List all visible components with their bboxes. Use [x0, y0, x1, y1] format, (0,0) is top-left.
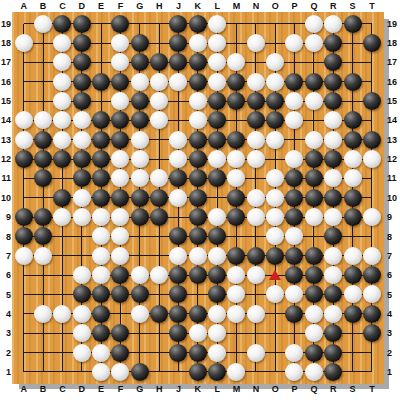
intersection-B15[interactable] — [33, 91, 52, 110]
intersection-F10[interactable] — [111, 188, 130, 207]
intersection-T4[interactable] — [362, 304, 381, 323]
intersection-L3[interactable] — [207, 324, 226, 343]
intersection-P19[interactable] — [285, 14, 304, 33]
intersection-E3[interactable] — [91, 324, 110, 343]
intersection-R2[interactable] — [324, 343, 343, 362]
intersection-O10[interactable] — [265, 188, 284, 207]
intersection-N13[interactable] — [246, 130, 265, 149]
intersection-Q12[interactable] — [304, 149, 323, 168]
intersection-P2[interactable] — [285, 343, 304, 362]
intersection-B6[interactable] — [33, 265, 52, 284]
intersection-M17[interactable] — [227, 53, 246, 72]
intersection-G4[interactable] — [130, 304, 149, 323]
intersection-Q7[interactable] — [304, 246, 323, 265]
intersection-C4[interactable] — [53, 304, 72, 323]
intersection-T12[interactable] — [362, 149, 381, 168]
intersection-O17[interactable] — [265, 53, 284, 72]
intersection-T19[interactable] — [362, 14, 381, 33]
intersection-D8[interactable] — [72, 227, 91, 246]
intersection-G6[interactable] — [130, 265, 149, 284]
go-board-grid[interactable] — [14, 14, 382, 382]
intersection-S15[interactable] — [343, 91, 362, 110]
intersection-M11[interactable] — [227, 169, 246, 188]
intersection-D14[interactable] — [72, 111, 91, 130]
intersection-E7[interactable] — [91, 246, 110, 265]
intersection-N5[interactable] — [246, 285, 265, 304]
intersection-F2[interactable] — [111, 343, 130, 362]
intersection-Q17[interactable] — [304, 53, 323, 72]
intersection-M7[interactable] — [227, 246, 246, 265]
intersection-A19[interactable] — [14, 14, 33, 33]
intersection-F15[interactable] — [111, 91, 130, 110]
intersection-C8[interactable] — [53, 227, 72, 246]
intersection-K11[interactable] — [188, 169, 207, 188]
intersection-E13[interactable] — [91, 130, 110, 149]
intersection-P14[interactable] — [285, 111, 304, 130]
intersection-A15[interactable] — [14, 91, 33, 110]
intersection-L4[interactable] — [207, 304, 226, 323]
intersection-P9[interactable] — [285, 207, 304, 226]
intersection-J12[interactable] — [169, 149, 188, 168]
intersection-O15[interactable] — [265, 91, 284, 110]
intersection-L1[interactable] — [207, 362, 226, 381]
intersection-P6[interactable] — [285, 265, 304, 284]
intersection-C18[interactable] — [53, 33, 72, 52]
intersection-L8[interactable] — [207, 227, 226, 246]
intersection-A9[interactable] — [14, 207, 33, 226]
intersection-E19[interactable] — [91, 14, 110, 33]
intersection-P18[interactable] — [285, 33, 304, 52]
intersection-F18[interactable] — [111, 33, 130, 52]
intersection-P5[interactable] — [285, 285, 304, 304]
intersection-J1[interactable] — [169, 362, 188, 381]
intersection-R10[interactable] — [324, 188, 343, 207]
intersection-B10[interactable] — [33, 188, 52, 207]
intersection-O13[interactable] — [265, 130, 284, 149]
intersection-B3[interactable] — [33, 324, 52, 343]
intersection-G7[interactable] — [130, 246, 149, 265]
intersection-B19[interactable] — [33, 14, 52, 33]
intersection-R17[interactable] — [324, 53, 343, 72]
intersection-B7[interactable] — [33, 246, 52, 265]
intersection-H17[interactable] — [149, 53, 168, 72]
intersection-S18[interactable] — [343, 33, 362, 52]
intersection-D16[interactable] — [72, 72, 91, 91]
intersection-J5[interactable] — [169, 285, 188, 304]
intersection-F8[interactable] — [111, 227, 130, 246]
intersection-S8[interactable] — [343, 227, 362, 246]
intersection-L16[interactable] — [207, 72, 226, 91]
intersection-L12[interactable] — [207, 149, 226, 168]
intersection-Q14[interactable] — [304, 111, 323, 130]
intersection-T13[interactable] — [362, 130, 381, 149]
intersection-J7[interactable] — [169, 246, 188, 265]
intersection-B16[interactable] — [33, 72, 52, 91]
intersection-C3[interactable] — [53, 324, 72, 343]
intersection-G14[interactable] — [130, 111, 149, 130]
intersection-H4[interactable] — [149, 304, 168, 323]
intersection-J3[interactable] — [169, 324, 188, 343]
intersection-M12[interactable] — [227, 149, 246, 168]
intersection-O16[interactable] — [265, 72, 284, 91]
intersection-H16[interactable] — [149, 72, 168, 91]
intersection-K19[interactable] — [188, 14, 207, 33]
intersection-R7[interactable] — [324, 246, 343, 265]
intersection-N7[interactable] — [246, 246, 265, 265]
intersection-H2[interactable] — [149, 343, 168, 362]
intersection-S14[interactable] — [343, 111, 362, 130]
intersection-D5[interactable] — [72, 285, 91, 304]
intersection-Q1[interactable] — [304, 362, 323, 381]
intersection-G15[interactable] — [130, 91, 149, 110]
intersection-E12[interactable] — [91, 149, 110, 168]
intersection-F6[interactable] — [111, 265, 130, 284]
intersection-G8[interactable] — [130, 227, 149, 246]
intersection-J4[interactable] — [169, 304, 188, 323]
intersection-M18[interactable] — [227, 33, 246, 52]
intersection-Q13[interactable] — [304, 130, 323, 149]
intersection-O19[interactable] — [265, 14, 284, 33]
intersection-T18[interactable] — [362, 33, 381, 52]
intersection-L18[interactable] — [207, 33, 226, 52]
intersection-N15[interactable] — [246, 91, 265, 110]
intersection-M16[interactable] — [227, 72, 246, 91]
intersection-G3[interactable] — [130, 324, 149, 343]
intersection-J16[interactable] — [169, 72, 188, 91]
intersection-G12[interactable] — [130, 149, 149, 168]
intersection-P3[interactable] — [285, 324, 304, 343]
go-board[interactable] — [12, 12, 384, 384]
intersection-G11[interactable] — [130, 169, 149, 188]
intersection-B2[interactable] — [33, 343, 52, 362]
intersection-L2[interactable] — [207, 343, 226, 362]
intersection-H5[interactable] — [149, 285, 168, 304]
intersection-O14[interactable] — [265, 111, 284, 130]
intersection-F3[interactable] — [111, 324, 130, 343]
intersection-T17[interactable] — [362, 53, 381, 72]
intersection-H12[interactable] — [149, 149, 168, 168]
intersection-E11[interactable] — [91, 169, 110, 188]
intersection-G13[interactable] — [130, 130, 149, 149]
intersection-P8[interactable] — [285, 227, 304, 246]
intersection-M14[interactable] — [227, 111, 246, 130]
intersection-C13[interactable] — [53, 130, 72, 149]
intersection-R12[interactable] — [324, 149, 343, 168]
intersection-H10[interactable] — [149, 188, 168, 207]
intersection-A14[interactable] — [14, 111, 33, 130]
intersection-S3[interactable] — [343, 324, 362, 343]
intersection-H1[interactable] — [149, 362, 168, 381]
intersection-K18[interactable] — [188, 33, 207, 52]
intersection-G10[interactable] — [130, 188, 149, 207]
intersection-R9[interactable] — [324, 207, 343, 226]
intersection-C2[interactable] — [53, 343, 72, 362]
intersection-K8[interactable] — [188, 227, 207, 246]
intersection-F9[interactable] — [111, 207, 130, 226]
intersection-B17[interactable] — [33, 53, 52, 72]
intersection-J11[interactable] — [169, 169, 188, 188]
intersection-F11[interactable] — [111, 169, 130, 188]
intersection-G17[interactable] — [130, 53, 149, 72]
intersection-A7[interactable] — [14, 246, 33, 265]
intersection-O18[interactable] — [265, 33, 284, 52]
intersection-N4[interactable] — [246, 304, 265, 323]
intersection-J17[interactable] — [169, 53, 188, 72]
intersection-T14[interactable] — [362, 111, 381, 130]
intersection-O12[interactable] — [265, 149, 284, 168]
intersection-M19[interactable] — [227, 14, 246, 33]
intersection-F12[interactable] — [111, 149, 130, 168]
intersection-D3[interactable] — [72, 324, 91, 343]
intersection-D9[interactable] — [72, 207, 91, 226]
intersection-P7[interactable] — [285, 246, 304, 265]
intersection-E9[interactable] — [91, 207, 110, 226]
intersection-K16[interactable] — [188, 72, 207, 91]
intersection-L7[interactable] — [207, 246, 226, 265]
intersection-A18[interactable] — [14, 33, 33, 52]
intersection-O4[interactable] — [265, 304, 284, 323]
intersection-O3[interactable] — [265, 324, 284, 343]
intersection-Q2[interactable] — [304, 343, 323, 362]
intersection-O1[interactable] — [265, 362, 284, 381]
intersection-C12[interactable] — [53, 149, 72, 168]
intersection-B5[interactable] — [33, 285, 52, 304]
intersection-Q6[interactable] — [304, 265, 323, 284]
intersection-E1[interactable] — [91, 362, 110, 381]
intersection-L14[interactable] — [207, 111, 226, 130]
intersection-K3[interactable] — [188, 324, 207, 343]
intersection-K12[interactable] — [188, 149, 207, 168]
intersection-K10[interactable] — [188, 188, 207, 207]
intersection-T15[interactable] — [362, 91, 381, 110]
intersection-P4[interactable] — [285, 304, 304, 323]
intersection-M15[interactable] — [227, 91, 246, 110]
intersection-R3[interactable] — [324, 324, 343, 343]
intersection-K14[interactable] — [188, 111, 207, 130]
intersection-J14[interactable] — [169, 111, 188, 130]
intersection-N11[interactable] — [246, 169, 265, 188]
intersection-E10[interactable] — [91, 188, 110, 207]
intersection-L17[interactable] — [207, 53, 226, 72]
intersection-F7[interactable] — [111, 246, 130, 265]
intersection-C10[interactable] — [53, 188, 72, 207]
intersection-R14[interactable] — [324, 111, 343, 130]
intersection-J18[interactable] — [169, 33, 188, 52]
intersection-M9[interactable] — [227, 207, 246, 226]
intersection-R19[interactable] — [324, 14, 343, 33]
intersection-A8[interactable] — [14, 227, 33, 246]
intersection-Q18[interactable] — [304, 33, 323, 52]
intersection-H7[interactable] — [149, 246, 168, 265]
intersection-Q19[interactable] — [304, 14, 323, 33]
intersection-A16[interactable] — [14, 72, 33, 91]
intersection-L11[interactable] — [207, 169, 226, 188]
intersection-K9[interactable] — [188, 207, 207, 226]
intersection-P17[interactable] — [285, 53, 304, 72]
intersection-P1[interactable] — [285, 362, 304, 381]
intersection-E18[interactable] — [91, 33, 110, 52]
intersection-B1[interactable] — [33, 362, 52, 381]
intersection-P12[interactable] — [285, 149, 304, 168]
intersection-G18[interactable] — [130, 33, 149, 52]
intersection-E2[interactable] — [91, 343, 110, 362]
intersection-F17[interactable] — [111, 53, 130, 72]
intersection-T16[interactable] — [362, 72, 381, 91]
intersection-A13[interactable] — [14, 130, 33, 149]
intersection-O9[interactable] — [265, 207, 284, 226]
intersection-C16[interactable] — [53, 72, 72, 91]
intersection-H15[interactable] — [149, 91, 168, 110]
intersection-M4[interactable] — [227, 304, 246, 323]
intersection-K1[interactable] — [188, 362, 207, 381]
intersection-P16[interactable] — [285, 72, 304, 91]
intersection-H18[interactable] — [149, 33, 168, 52]
intersection-L5[interactable] — [207, 285, 226, 304]
intersection-R4[interactable] — [324, 304, 343, 323]
intersection-S17[interactable] — [343, 53, 362, 72]
intersection-N19[interactable] — [246, 14, 265, 33]
intersection-Q11[interactable] — [304, 169, 323, 188]
intersection-D18[interactable] — [72, 33, 91, 52]
intersection-R8[interactable] — [324, 227, 343, 246]
intersection-S13[interactable] — [343, 130, 362, 149]
intersection-E4[interactable] — [91, 304, 110, 323]
intersection-L10[interactable] — [207, 188, 226, 207]
intersection-L19[interactable] — [207, 14, 226, 33]
intersection-S4[interactable] — [343, 304, 362, 323]
intersection-S6[interactable] — [343, 265, 362, 284]
intersection-C6[interactable] — [53, 265, 72, 284]
intersection-D11[interactable] — [72, 169, 91, 188]
intersection-D19[interactable] — [72, 14, 91, 33]
intersection-N9[interactable] — [246, 207, 265, 226]
intersection-B12[interactable] — [33, 149, 52, 168]
intersection-N6[interactable] — [246, 265, 265, 284]
intersection-A4[interactable] — [14, 304, 33, 323]
intersection-K7[interactable] — [188, 246, 207, 265]
intersection-H11[interactable] — [149, 169, 168, 188]
intersection-O8[interactable] — [265, 227, 284, 246]
intersection-R16[interactable] — [324, 72, 343, 91]
intersection-K4[interactable] — [188, 304, 207, 323]
intersection-D17[interactable] — [72, 53, 91, 72]
intersection-R5[interactable] — [324, 285, 343, 304]
intersection-C19[interactable] — [53, 14, 72, 33]
intersection-Q4[interactable] — [304, 304, 323, 323]
intersection-E8[interactable] — [91, 227, 110, 246]
intersection-N1[interactable] — [246, 362, 265, 381]
intersection-M6[interactable] — [227, 265, 246, 284]
intersection-G16[interactable] — [130, 72, 149, 91]
intersection-S10[interactable] — [343, 188, 362, 207]
intersection-S1[interactable] — [343, 362, 362, 381]
intersection-C11[interactable] — [53, 169, 72, 188]
intersection-H9[interactable] — [149, 207, 168, 226]
intersection-R1[interactable] — [324, 362, 343, 381]
intersection-T2[interactable] — [362, 343, 381, 362]
intersection-M2[interactable] — [227, 343, 246, 362]
intersection-S2[interactable] — [343, 343, 362, 362]
intersection-D7[interactable] — [72, 246, 91, 265]
intersection-J10[interactable] — [169, 188, 188, 207]
intersection-S5[interactable] — [343, 285, 362, 304]
intersection-T5[interactable] — [362, 285, 381, 304]
intersection-Q8[interactable] — [304, 227, 323, 246]
intersection-F1[interactable] — [111, 362, 130, 381]
intersection-F16[interactable] — [111, 72, 130, 91]
intersection-M13[interactable] — [227, 130, 246, 149]
intersection-A1[interactable] — [14, 362, 33, 381]
intersection-O5[interactable] — [265, 285, 284, 304]
intersection-E17[interactable] — [91, 53, 110, 72]
intersection-A12[interactable] — [14, 149, 33, 168]
intersection-F19[interactable] — [111, 14, 130, 33]
intersection-G5[interactable] — [130, 285, 149, 304]
intersection-D15[interactable] — [72, 91, 91, 110]
intersection-L9[interactable] — [207, 207, 226, 226]
intersection-M3[interactable] — [227, 324, 246, 343]
intersection-T3[interactable] — [362, 324, 381, 343]
intersection-M10[interactable] — [227, 188, 246, 207]
intersection-P10[interactable] — [285, 188, 304, 207]
intersection-M8[interactable] — [227, 227, 246, 246]
intersection-N18[interactable] — [246, 33, 265, 52]
intersection-C17[interactable] — [53, 53, 72, 72]
intersection-H6[interactable] — [149, 265, 168, 284]
intersection-G19[interactable] — [130, 14, 149, 33]
intersection-D12[interactable] — [72, 149, 91, 168]
intersection-O2[interactable] — [265, 343, 284, 362]
intersection-A5[interactable] — [14, 285, 33, 304]
intersection-J15[interactable] — [169, 91, 188, 110]
intersection-K17[interactable] — [188, 53, 207, 72]
intersection-J19[interactable] — [169, 14, 188, 33]
intersection-K2[interactable] — [188, 343, 207, 362]
intersection-N8[interactable] — [246, 227, 265, 246]
intersection-E5[interactable] — [91, 285, 110, 304]
intersection-F14[interactable] — [111, 111, 130, 130]
intersection-E6[interactable] — [91, 265, 110, 284]
intersection-E15[interactable] — [91, 91, 110, 110]
intersection-F13[interactable] — [111, 130, 130, 149]
intersection-J6[interactable] — [169, 265, 188, 284]
intersection-O11[interactable] — [265, 169, 284, 188]
intersection-B11[interactable] — [33, 169, 52, 188]
intersection-Q3[interactable] — [304, 324, 323, 343]
intersection-B14[interactable] — [33, 111, 52, 130]
intersection-K5[interactable] — [188, 285, 207, 304]
intersection-Q16[interactable] — [304, 72, 323, 91]
intersection-S7[interactable] — [343, 246, 362, 265]
intersection-B4[interactable] — [33, 304, 52, 323]
intersection-N16[interactable] — [246, 72, 265, 91]
intersection-Q10[interactable] — [304, 188, 323, 207]
intersection-M5[interactable] — [227, 285, 246, 304]
intersection-N14[interactable] — [246, 111, 265, 130]
intersection-D1[interactable] — [72, 362, 91, 381]
intersection-C5[interactable] — [53, 285, 72, 304]
intersection-S11[interactable] — [343, 169, 362, 188]
intersection-R13[interactable] — [324, 130, 343, 149]
intersection-G1[interactable] — [130, 362, 149, 381]
intersection-H8[interactable] — [149, 227, 168, 246]
intersection-D10[interactable] — [72, 188, 91, 207]
intersection-T9[interactable] — [362, 207, 381, 226]
intersection-O6[interactable] — [265, 265, 284, 284]
intersection-H13[interactable] — [149, 130, 168, 149]
intersection-B13[interactable] — [33, 130, 52, 149]
intersection-S16[interactable] — [343, 72, 362, 91]
